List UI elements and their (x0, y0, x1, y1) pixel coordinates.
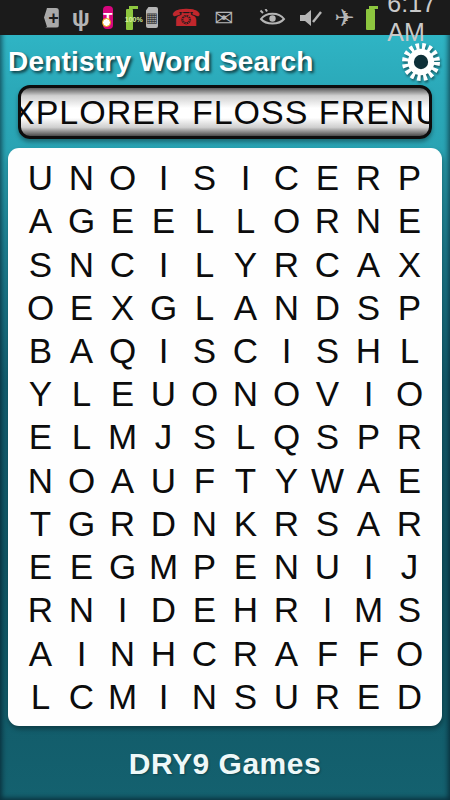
grid-cell-r5c7[interactable]: I (266, 329, 307, 372)
grid-cell-r4c1[interactable]: O (20, 286, 61, 329)
grid-cell-r6c6[interactable]: N (225, 372, 266, 415)
grid-cell-r11c7[interactable]: R (266, 588, 307, 631)
grid-cell-r8c3[interactable]: A (102, 459, 143, 502)
grid-cell-r6c9[interactable]: I (348, 372, 389, 415)
grid-cell-r3c2[interactable]: N (61, 242, 102, 285)
grid-cell-r8c9[interactable]: A (348, 459, 389, 502)
word-list-marquee-text: XPLORER FLOSS FRENUM (18, 93, 432, 132)
grid-cell-r3c10[interactable]: X (389, 242, 430, 285)
grid-cell-r5c2[interactable]: A (61, 329, 102, 372)
grid-cell-r4c4[interactable]: G (143, 286, 184, 329)
grid-cell-r3c5[interactable]: L (184, 242, 225, 285)
grid-cell-r9c7[interactable]: R (266, 502, 307, 545)
grid-cell-r9c8[interactable]: S (307, 502, 348, 545)
grid-cell-r10c5[interactable]: P (184, 545, 225, 588)
grid-cell-r8c2[interactable]: O (61, 459, 102, 502)
grid-cell-r1c3[interactable]: O (102, 156, 143, 199)
grid-cell-r10c10[interactable]: J (389, 545, 430, 588)
grid-cell-r8c1[interactable]: N (20, 459, 61, 502)
grid-cell-r5c5[interactable]: S (184, 329, 225, 372)
grid-cell-r1c1[interactable]: U (20, 156, 61, 199)
grid-cell-r4c7[interactable]: N (266, 286, 307, 329)
grid-cell-r8c6[interactable]: T (225, 459, 266, 502)
grid-cell-r5c8[interactable]: S (307, 329, 348, 372)
grid-cell-r8c10[interactable]: E (389, 459, 430, 502)
grid-cell-r13c6[interactable]: S (225, 675, 266, 718)
grid-cell-r11c4[interactable]: D (143, 588, 184, 631)
grid-cell-r5c10[interactable]: L (389, 329, 430, 372)
grid-cell-r6c7[interactable]: O (266, 372, 307, 415)
grid-cell-r6c10[interactable]: O (389, 372, 430, 415)
carrier-notification-icon: T (103, 6, 113, 29)
grid-cell-r13c2[interactable]: C (61, 675, 102, 718)
footer: DRY9 Games (0, 727, 450, 800)
grid-cell-r2c8[interactable]: R (307, 199, 348, 242)
grid-cell-r3c8[interactable]: C (307, 242, 348, 285)
grid-cell-r5c3[interactable]: Q (102, 329, 143, 372)
grid-cell-r3c9[interactable]: A (348, 242, 389, 285)
grid-cell-r8c7[interactable]: Y (266, 459, 307, 502)
grid-cell-r6c2[interactable]: L (61, 372, 102, 415)
grid-cell-r7c7[interactable]: Q (266, 415, 307, 458)
grid-cell-r10c4[interactable]: M (143, 545, 184, 588)
grid-cell-r6c5[interactable]: O (184, 372, 225, 415)
grid-cell-r8c4[interactable]: U (143, 459, 184, 502)
grid-cell-r6c3[interactable]: E (102, 372, 143, 415)
grid-cell-r3c3[interactable]: C (102, 242, 143, 285)
settings-gear-icon[interactable] (398, 39, 444, 85)
grid-cell-r12c10[interactable]: O (389, 632, 430, 675)
grid-cell-r9c6[interactable]: K (225, 502, 266, 545)
grid-cell-r1c7[interactable]: C (266, 156, 307, 199)
grid-cell-r3c4[interactable]: I (143, 242, 184, 285)
grid-cell-r11c10[interactable]: S (389, 588, 430, 631)
grid-cell-r1c10[interactable]: P (389, 156, 430, 199)
grid-cell-r10c6[interactable]: E (225, 545, 266, 588)
grid-cell-r2c9[interactable]: N (348, 199, 389, 242)
grid-cell-r2c10[interactable]: E (389, 199, 430, 242)
grid-cell-r4c10[interactable]: P (389, 286, 430, 329)
grid-cell-r13c8[interactable]: R (307, 675, 348, 718)
grid-cell-r3c1[interactable]: S (20, 242, 61, 285)
grid-cell-r11c6[interactable]: H (225, 588, 266, 631)
grid-cell-r8c5[interactable]: F (184, 459, 225, 502)
grid-cell-r2c5[interactable]: L (184, 199, 225, 242)
grid-cell-r10c2[interactable]: E (61, 545, 102, 588)
airplane-mode-icon: ✈ (334, 7, 354, 29)
grid-cell-r6c1[interactable]: Y (20, 372, 61, 415)
grid-cell-r11c5[interactable]: E (184, 588, 225, 631)
grid-cell-r3c7[interactable]: R (266, 242, 307, 285)
grid-cell-r13c1[interactable]: L (20, 675, 61, 718)
grid-cell-r5c6[interactable]: C (225, 329, 266, 372)
grid-cell-r13c4[interactable]: I (143, 675, 184, 718)
grid-cell-r1c4[interactable]: I (143, 156, 184, 199)
grid-cell-r12c8[interactable]: F (307, 632, 348, 675)
call-forwarding-icon: ☎ (171, 7, 201, 29)
grid-cell-r9c5[interactable]: N (184, 502, 225, 545)
grid-cell-r4c8[interactable]: D (307, 286, 348, 329)
status-bar: + ψ T 100% ▦ ☎ ✉ (0, 0, 450, 35)
grid-cell-r5c4[interactable]: I (143, 329, 184, 372)
board-area: UNOISICERPAGEELLORNESNCILYRCAXOEXGLANDSP… (0, 145, 450, 727)
grid-cell-r2c2[interactable]: G (61, 199, 102, 242)
grid-cell-r12c2[interactable]: I (61, 632, 102, 675)
smart-stay-eye-icon (259, 9, 286, 27)
grid-cell-r12c6[interactable]: R (225, 632, 266, 675)
grid-cell-r12c1[interactable]: A (20, 632, 61, 675)
grid-cell-r7c5[interactable]: S (184, 415, 225, 458)
grid-cell-r5c9[interactable]: H (348, 329, 389, 372)
grid-cell-r11c1[interactable]: R (20, 588, 61, 631)
grid-cell-r10c7[interactable]: N (266, 545, 307, 588)
grid-cell-r6c4[interactable]: U (143, 372, 184, 415)
usb-icon: ψ (72, 7, 90, 29)
grid-cell-r11c8[interactable]: I (307, 588, 348, 631)
grid-cell-r9c1[interactable]: T (20, 502, 61, 545)
grid-cell-r5c1[interactable]: B (20, 329, 61, 372)
grid-cell-r1c6[interactable]: I (225, 156, 266, 199)
grid-cell-r6c8[interactable]: V (307, 372, 348, 415)
grid-cell-r7c10[interactable]: R (389, 415, 430, 458)
grid-cell-r13c10[interactable]: D (389, 675, 430, 718)
grid-cell-r9c4[interactable]: D (143, 502, 184, 545)
grid-cell-r2c7[interactable]: O (266, 199, 307, 242)
grid-cell-r9c9[interactable]: A (348, 502, 389, 545)
grid-cell-r7c1[interactable]: E (20, 415, 61, 458)
grid-cell-r2c4[interactable]: E (143, 199, 184, 242)
grid-cell-r7c9[interactable]: P (348, 415, 389, 458)
email-icon: ✉ (214, 7, 233, 29)
grid-cell-r12c7[interactable]: A (266, 632, 307, 675)
tag-plus-icon: + (44, 8, 59, 28)
grid-cell-r13c9[interactable]: E (348, 675, 389, 718)
battery-100-icon: 100% (126, 9, 133, 30)
grid-cell-r13c3[interactable]: M (102, 675, 143, 718)
grid-cell-r1c2[interactable]: N (61, 156, 102, 199)
grid-cell-r7c6[interactable]: L (225, 415, 266, 458)
grid-cell-r11c3[interactable]: I (102, 588, 143, 631)
app-header: Dentistry Word Search XPLORER FLOSS FREN… (0, 35, 450, 145)
grid-cell-r1c8[interactable]: E (307, 156, 348, 199)
grid-cell-r4c6[interactable]: A (225, 286, 266, 329)
word-list-banner: XPLORER FLOSS FRENUM (18, 85, 432, 139)
grid-cell-r2c6[interactable]: L (225, 199, 266, 242)
grid-cell-r10c1[interactable]: E (20, 545, 61, 588)
grid-cell-r11c2[interactable]: N (61, 588, 102, 631)
grid-cell-r12c3[interactable]: N (102, 632, 143, 675)
grid-cell-r9c3[interactable]: R (102, 502, 143, 545)
grid-cell-r12c9[interactable]: F (348, 632, 389, 675)
grid-cell-r12c5[interactable]: C (184, 632, 225, 675)
grid-cell-r9c2[interactable]: G (61, 502, 102, 545)
word-search-board: UNOISICERPAGEELLORNESNCILYRCAXOEXGLANDSP… (8, 148, 442, 726)
grid-cell-r9c10[interactable]: R (389, 502, 430, 545)
grid-cell-r7c4[interactable]: J (143, 415, 184, 458)
battery-icon (366, 9, 375, 30)
grid-cell-r4c2[interactable]: E (61, 286, 102, 329)
app-title: Dentistry Word Search (8, 41, 442, 83)
grid-cell-r4c5[interactable]: L (184, 286, 225, 329)
battery-percent-label: 100% (123, 9, 145, 31)
grid-cell-r11c9[interactable]: M (348, 588, 389, 631)
grid-cell-r10c9[interactable]: I (348, 545, 389, 588)
sim-card-icon: ▦ (146, 7, 158, 28)
grid-cell-r10c8[interactable]: U (307, 545, 348, 588)
grid-cell-r8c8[interactable]: W (307, 459, 348, 502)
grid-cell-r7c8[interactable]: S (307, 415, 348, 458)
letter-grid: UNOISICERPAGEELLORNESNCILYRCAXOEXGLANDSP… (20, 156, 430, 718)
app-screen: + ψ T 100% ▦ ☎ ✉ (0, 0, 450, 800)
grid-cell-r1c9[interactable]: R (348, 156, 389, 199)
grid-cell-r13c5[interactable]: N (184, 675, 225, 718)
grid-cell-r3c6[interactable]: Y (225, 242, 266, 285)
grid-cell-r2c1[interactable]: A (20, 199, 61, 242)
grid-cell-r4c3[interactable]: X (102, 286, 143, 329)
grid-cell-r1c5[interactable]: S (184, 156, 225, 199)
grid-cell-r12c4[interactable]: H (143, 632, 184, 675)
mute-icon (298, 8, 322, 28)
grid-cell-r7c3[interactable]: M (102, 415, 143, 458)
grid-cell-r13c7[interactable]: U (266, 675, 307, 718)
footer-brand: DRY9 Games (129, 747, 321, 781)
grid-cell-r4c9[interactable]: S (348, 286, 389, 329)
grid-cell-r2c3[interactable]: E (102, 199, 143, 242)
grid-cell-r10c3[interactable]: G (102, 545, 143, 588)
grid-cell-r7c2[interactable]: L (61, 415, 102, 458)
